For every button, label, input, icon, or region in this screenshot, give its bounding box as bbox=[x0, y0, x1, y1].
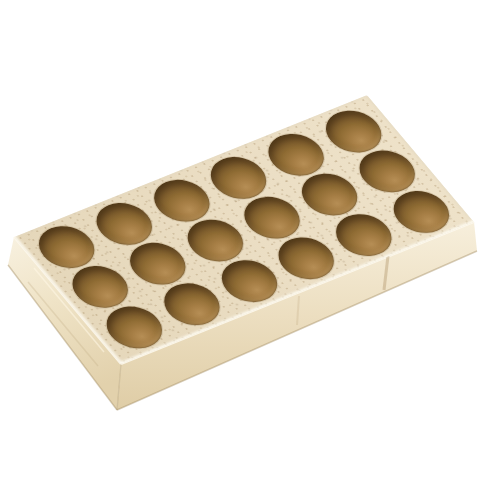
pit-r3-c6 bbox=[383, 184, 460, 240]
pit-r3-c2 bbox=[153, 276, 230, 332]
pit-r3-c5 bbox=[325, 207, 402, 263]
pit-r3-c1 bbox=[96, 300, 173, 356]
pit-r3-c3 bbox=[211, 253, 288, 309]
mancala-board-photo bbox=[0, 0, 500, 500]
pit-r3-c4 bbox=[268, 230, 345, 286]
